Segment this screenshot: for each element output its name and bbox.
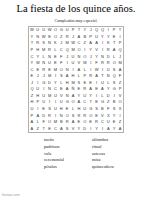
word-list-item: misa [92, 157, 114, 164]
page-title: La fiesta de los quince años. [0, 3, 152, 14]
word-list-item: vals [44, 151, 91, 158]
word-list: tacónpadrinosvalsceremonialpétalos alfom… [0, 137, 152, 171]
word-list-item: ceremonial [44, 157, 91, 164]
word-search-board: WUUWOGUPTYJQQIPTYNWEOZRJABPUYYEITRSNKJMW… [28, 26, 124, 133]
source-url: fiestas.com [2, 193, 20, 197]
word-list-item: aztecas [92, 151, 114, 158]
word-list-right-column: alfombraritualaztecasmisaquinceañera [92, 137, 114, 171]
word-list-item: padrinos [44, 144, 91, 151]
word-list-item: alfombra [92, 137, 114, 144]
worksheet-page: La fiesta de los quince años. Cumpleaños… [0, 0, 152, 200]
grid-cell: A [117, 125, 123, 132]
word-list-item: pétalos [44, 164, 91, 171]
word-list-left-column: tacónpadrinosvalsceremonialpétalos [44, 137, 91, 171]
page-subtitle: Cumpleaños muy especial. [0, 18, 152, 23]
word-list-item: ritual [92, 144, 114, 151]
word-list-item: quinceañera [92, 164, 114, 171]
word-grid: WUUWOGUPTYJQQIPTYNWEOZRJABPUYYEITRSNKJMW… [29, 27, 123, 132]
word-list-item: tacón [44, 137, 91, 144]
